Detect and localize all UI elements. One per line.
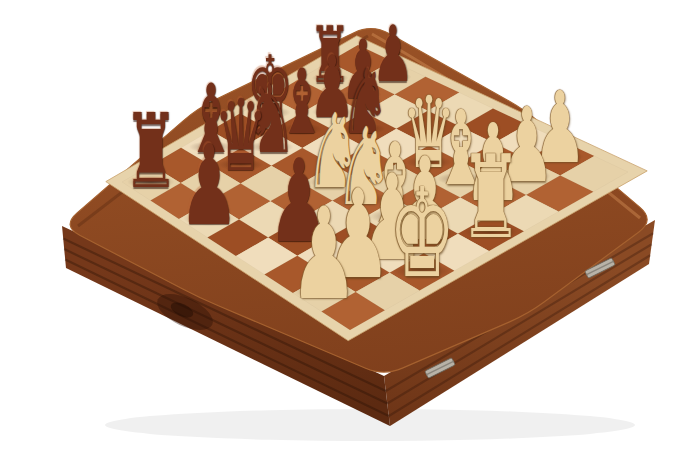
chess-photo-scene: ♜♝♚♜♛♞♝♟♟♟♟♞♟♞♞♛♝♝♟♟♟♟♟♟♟♚♜ [0,0,700,475]
chess-board [0,0,700,475]
